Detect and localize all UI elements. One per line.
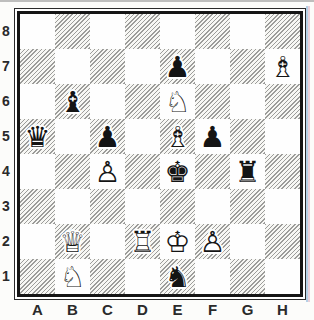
piece-halo: ♟ xyxy=(195,119,230,154)
piece-halo: ♟ xyxy=(160,49,195,84)
square-h3 xyxy=(265,189,300,224)
piece-halo: ♚ xyxy=(160,224,195,259)
square-g1 xyxy=(230,259,265,294)
square-b5 xyxy=(55,119,90,154)
square-f8 xyxy=(195,14,230,49)
square-e2: ♚♔ xyxy=(160,224,195,259)
piece-white-rook: ♖ xyxy=(125,224,160,259)
square-f2: ♟♙ xyxy=(195,224,230,259)
piece-black-pawn: ♟ xyxy=(195,119,230,154)
square-d7 xyxy=(125,49,160,84)
square-b7 xyxy=(55,49,90,84)
rank-label-3: 3 xyxy=(0,189,12,224)
square-g4: ♜♜ xyxy=(230,154,265,189)
square-a5: ♛♛ xyxy=(20,119,55,154)
piece-halo: ♝ xyxy=(265,49,300,84)
file-label-G: G xyxy=(230,301,265,319)
file-label-C: C xyxy=(90,301,125,319)
square-f3 xyxy=(195,189,230,224)
square-h4 xyxy=(265,154,300,189)
piece-black-queen: ♛ xyxy=(20,119,55,154)
piece-black-pawn: ♟ xyxy=(90,119,125,154)
piece-white-pawn: ♙ xyxy=(90,154,125,189)
piece-halo: ♛ xyxy=(20,119,55,154)
square-d6 xyxy=(125,84,160,119)
square-f1 xyxy=(195,259,230,294)
square-h1 xyxy=(265,259,300,294)
piece-halo: ♜ xyxy=(230,154,265,189)
square-b4 xyxy=(55,154,90,189)
square-a8 xyxy=(20,14,55,49)
file-label-D: D xyxy=(125,301,160,319)
square-d8 xyxy=(125,14,160,49)
piece-halo: ♛ xyxy=(55,224,90,259)
square-b3 xyxy=(55,189,90,224)
square-f7 xyxy=(195,49,230,84)
square-e1: ♞♞ xyxy=(160,259,195,294)
square-g6 xyxy=(230,84,265,119)
piece-white-bishop: ♗ xyxy=(160,119,195,154)
piece-halo: ♞ xyxy=(55,259,90,294)
square-b8 xyxy=(55,14,90,49)
square-c5: ♟♟ xyxy=(90,119,125,154)
piece-halo: ♞ xyxy=(160,84,195,119)
square-f4 xyxy=(195,154,230,189)
square-e8 xyxy=(160,14,195,49)
piece-halo: ♞ xyxy=(160,259,195,294)
square-e3 xyxy=(160,189,195,224)
piece-halo: ♝ xyxy=(160,119,195,154)
square-g5 xyxy=(230,119,265,154)
scan-artifact-top xyxy=(0,0,314,2)
square-g8 xyxy=(230,14,265,49)
square-c3 xyxy=(90,189,125,224)
square-d5 xyxy=(125,119,160,154)
square-c2 xyxy=(90,224,125,259)
file-label-F: F xyxy=(195,301,230,319)
file-label-H: H xyxy=(265,301,300,319)
piece-white-pawn: ♙ xyxy=(195,224,230,259)
square-h8 xyxy=(265,14,300,49)
rank-label-1: 1 xyxy=(0,259,12,294)
piece-black-knight: ♞ xyxy=(160,259,195,294)
rank-label-8: 8 xyxy=(0,14,12,49)
piece-black-pawn: ♟ xyxy=(160,49,195,84)
square-c6 xyxy=(90,84,125,119)
rank-label-7: 7 xyxy=(0,49,12,84)
rank-label-4: 4 xyxy=(0,154,12,189)
piece-halo: ♟ xyxy=(90,154,125,189)
square-h2 xyxy=(265,224,300,259)
board-frame: ♟♟♝♗♝♝♞♘♛♛♟♟♝♗♟♟♟♙♚♚♜♜♛♕♜♖♚♔♟♙♞♘♞♞ xyxy=(14,8,306,300)
square-d3 xyxy=(125,189,160,224)
rank-label-5: 5 xyxy=(0,119,12,154)
square-e7: ♟♟ xyxy=(160,49,195,84)
scanned-chess-diagram: 87654321 ♟♟♝♗♝♝♞♘♛♛♟♟♝♗♟♟♟♙♚♚♜♜♛♕♜♖♚♔♟♙♞… xyxy=(0,0,314,320)
file-label-B: B xyxy=(55,301,90,319)
square-c8 xyxy=(90,14,125,49)
piece-halo: ♝ xyxy=(55,84,90,119)
piece-white-knight: ♘ xyxy=(160,84,195,119)
square-a3 xyxy=(20,189,55,224)
piece-white-king: ♔ xyxy=(160,224,195,259)
square-a1 xyxy=(20,259,55,294)
piece-halo: ♟ xyxy=(195,224,230,259)
square-h7: ♝♗ xyxy=(265,49,300,84)
rank-label-6: 6 xyxy=(0,84,12,119)
piece-halo: ♟ xyxy=(90,119,125,154)
board-border: ♟♟♝♗♝♝♞♘♛♛♟♟♝♗♟♟♟♙♚♚♜♜♛♕♜♖♚♔♟♙♞♘♞♞ xyxy=(17,11,303,297)
square-c7 xyxy=(90,49,125,84)
file-label-E: E xyxy=(160,301,195,319)
square-a4 xyxy=(20,154,55,189)
square-h5 xyxy=(265,119,300,154)
square-b2: ♛♕ xyxy=(55,224,90,259)
piece-black-king: ♚ xyxy=(160,154,195,189)
square-g3 xyxy=(230,189,265,224)
square-e6: ♞♘ xyxy=(160,84,195,119)
square-c1 xyxy=(90,259,125,294)
piece-halo: ♜ xyxy=(125,224,160,259)
square-f6 xyxy=(195,84,230,119)
piece-white-knight: ♘ xyxy=(55,259,90,294)
piece-black-rook: ♜ xyxy=(230,154,265,189)
square-a6 xyxy=(20,84,55,119)
file-label-A: A xyxy=(20,301,55,319)
square-c4: ♟♙ xyxy=(90,154,125,189)
square-h6 xyxy=(265,84,300,119)
square-d2: ♜♖ xyxy=(125,224,160,259)
rank-label-2: 2 xyxy=(0,224,12,259)
square-g7 xyxy=(230,49,265,84)
square-a7 xyxy=(20,49,55,84)
square-a2 xyxy=(20,224,55,259)
square-f5: ♟♟ xyxy=(195,119,230,154)
square-g2 xyxy=(230,224,265,259)
piece-white-bishop: ♗ xyxy=(265,49,300,84)
chess-board: ♟♟♝♗♝♝♞♘♛♛♟♟♝♗♟♟♟♙♚♚♜♜♛♕♜♖♚♔♟♙♞♘♞♞ xyxy=(20,14,300,294)
piece-white-queen: ♕ xyxy=(55,224,90,259)
square-d4 xyxy=(125,154,160,189)
scan-artifact-right xyxy=(306,6,310,302)
square-e4: ♚♚ xyxy=(160,154,195,189)
piece-black-bishop: ♝ xyxy=(55,84,90,119)
square-d1 xyxy=(125,259,160,294)
square-b6: ♝♝ xyxy=(55,84,90,119)
piece-halo: ♚ xyxy=(160,154,195,189)
square-e5: ♝♗ xyxy=(160,119,195,154)
square-b1: ♞♘ xyxy=(55,259,90,294)
